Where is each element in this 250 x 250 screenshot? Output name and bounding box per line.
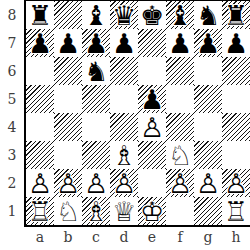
square-a8[interactable]: ♜♜ [26, 1, 54, 29]
piece-glyph: ♖ [222, 197, 250, 225]
piece-glyph: ♙ [110, 169, 138, 197]
square-a7[interactable]: ♟♟ [26, 29, 54, 57]
square-h3[interactable] [222, 141, 250, 169]
piece-fill-layer: ♟ [54, 169, 82, 197]
white-rook: ♜♖ [222, 197, 250, 225]
piece-glyph: ♜ [222, 1, 250, 29]
piece-glyph: ♕ [110, 197, 138, 225]
square-b7[interactable]: ♟♟ [54, 29, 82, 57]
black-knight: ♞♞ [82, 57, 110, 85]
piece-glyph: ♟ [166, 29, 194, 57]
piece-fill-layer: ♟ [26, 29, 54, 57]
white-rook: ♜♖ [26, 197, 54, 225]
rank-labels: 87654321 [0, 1, 24, 225]
square-e6[interactable] [138, 57, 166, 85]
piece-glyph: ♞ [194, 1, 222, 29]
square-c1[interactable]: ♝♗ [82, 197, 110, 225]
square-d2[interactable]: ♟♙ [110, 169, 138, 197]
file-labels: abcdefgh [26, 229, 250, 249]
black-king: ♚♚ [138, 1, 166, 29]
square-d7[interactable]: ♟♟ [110, 29, 138, 57]
square-b4[interactable] [54, 113, 82, 141]
piece-fill-layer: ♟ [166, 169, 194, 197]
square-d1[interactable]: ♛♕ [110, 197, 138, 225]
piece-glyph: ♗ [110, 141, 138, 169]
black-bishop: ♝♝ [166, 1, 194, 29]
piece-fill-layer: ♝ [166, 1, 194, 29]
file-label-d: d [110, 229, 138, 249]
file-label-a: a [26, 229, 54, 249]
square-a3[interactable] [26, 141, 54, 169]
rank-label-6: 6 [0, 57, 24, 85]
rank-label-7: 7 [0, 29, 24, 57]
square-h4[interactable] [222, 113, 250, 141]
piece-fill-layer: ♞ [194, 1, 222, 29]
file-label-g: g [194, 229, 222, 249]
square-h6[interactable] [222, 57, 250, 85]
square-a4[interactable] [26, 113, 54, 141]
piece-glyph: ♙ [194, 169, 222, 197]
white-knight: ♞♘ [54, 197, 82, 225]
square-c7[interactable]: ♟♟ [82, 29, 110, 57]
black-pawn: ♟♟ [222, 29, 250, 57]
white-bishop: ♝♗ [110, 141, 138, 169]
square-g4[interactable] [194, 113, 222, 141]
piece-glyph: ♟ [194, 29, 222, 57]
square-g8[interactable]: ♞♞ [194, 1, 222, 29]
piece-glyph: ♛ [110, 1, 138, 29]
piece-fill-layer: ♟ [138, 85, 166, 113]
black-pawn: ♟♟ [110, 29, 138, 57]
square-d6[interactable] [110, 57, 138, 85]
piece-fill-layer: ♟ [194, 29, 222, 57]
piece-glyph: ♘ [166, 141, 194, 169]
square-g5[interactable] [194, 85, 222, 113]
square-f3[interactable]: ♞♘ [166, 141, 194, 169]
black-queen: ♛♛ [110, 1, 138, 29]
piece-fill-layer: ♛ [110, 1, 138, 29]
square-b6[interactable] [54, 57, 82, 85]
square-b2[interactable]: ♟♙ [54, 169, 82, 197]
piece-fill-layer: ♞ [54, 197, 82, 225]
white-pawn: ♟♙ [26, 169, 54, 197]
square-c8[interactable]: ♝♝ [82, 1, 110, 29]
piece-glyph: ♟ [26, 29, 54, 57]
piece-fill-layer: ♞ [82, 57, 110, 85]
white-king: ♚♔ [138, 197, 166, 225]
rank-label-3: 3 [0, 141, 24, 169]
piece-glyph: ♟ [222, 29, 250, 57]
black-pawn: ♟♟ [138, 85, 166, 113]
piece-fill-layer: ♟ [82, 169, 110, 197]
square-e5[interactable]: ♟♟ [138, 85, 166, 113]
square-e3[interactable] [138, 141, 166, 169]
square-e8[interactable]: ♚♚ [138, 1, 166, 29]
chess-diagram: 87654321 ♜♜♝♝♛♛♚♚♝♝♞♞♜♜♟♟♟♟♟♟♟♟♟♟♟♟♟♟♞♞♟… [0, 0, 250, 250]
white-pawn: ♟♙ [138, 113, 166, 141]
piece-fill-layer: ♟ [138, 113, 166, 141]
square-f4[interactable] [166, 113, 194, 141]
white-pawn: ♟♙ [222, 169, 250, 197]
white-pawn: ♟♙ [110, 169, 138, 197]
piece-fill-layer: ♜ [222, 1, 250, 29]
square-e7[interactable] [138, 29, 166, 57]
square-a2[interactable]: ♟♙ [26, 169, 54, 197]
piece-glyph: ♙ [138, 113, 166, 141]
square-g3[interactable] [194, 141, 222, 169]
square-h8[interactable]: ♜♜ [222, 1, 250, 29]
square-h2[interactable]: ♟♙ [222, 169, 250, 197]
piece-fill-layer: ♝ [82, 1, 110, 29]
black-bishop: ♝♝ [82, 1, 110, 29]
piece-glyph: ♙ [54, 169, 82, 197]
square-c3[interactable] [82, 141, 110, 169]
piece-fill-layer: ♟ [194, 169, 222, 197]
white-pawn: ♟♙ [194, 169, 222, 197]
piece-glyph: ♚ [138, 1, 166, 29]
rank-label-8: 8 [0, 1, 24, 29]
chess-board: ♜♜♝♝♛♛♚♚♝♝♞♞♜♜♟♟♟♟♟♟♟♟♟♟♟♟♟♟♞♞♟♟♟♙♝♗♞♘♟♙… [24, 0, 250, 227]
square-c2[interactable]: ♟♙ [82, 169, 110, 197]
white-pawn: ♟♙ [82, 169, 110, 197]
piece-fill-layer: ♟ [222, 29, 250, 57]
square-g2[interactable]: ♟♙ [194, 169, 222, 197]
piece-glyph: ♙ [166, 169, 194, 197]
square-e4[interactable]: ♟♙ [138, 113, 166, 141]
black-knight: ♞♞ [194, 1, 222, 29]
white-pawn: ♟♙ [166, 169, 194, 197]
piece-glyph: ♝ [82, 1, 110, 29]
piece-glyph: ♟ [138, 85, 166, 113]
square-g1[interactable] [194, 197, 222, 225]
black-pawn: ♟♟ [166, 29, 194, 57]
black-rook: ♜♜ [222, 1, 250, 29]
white-bishop: ♝♗ [82, 197, 110, 225]
white-queen: ♛♕ [110, 197, 138, 225]
square-b8[interactable] [54, 1, 82, 29]
square-c4[interactable] [82, 113, 110, 141]
piece-fill-layer: ♚ [138, 197, 166, 225]
rank-label-2: 2 [0, 169, 24, 197]
square-d5[interactable] [110, 85, 138, 113]
file-label-b: b [54, 229, 82, 249]
file-label-e: e [138, 229, 166, 249]
rank-label-4: 4 [0, 113, 24, 141]
file-label-c: c [82, 229, 110, 249]
piece-glyph: ♟ [110, 29, 138, 57]
piece-fill-layer: ♜ [26, 197, 54, 225]
piece-glyph: ♖ [26, 197, 54, 225]
square-d3[interactable]: ♝♗ [110, 141, 138, 169]
square-h7[interactable]: ♟♟ [222, 29, 250, 57]
square-e1[interactable]: ♚♔ [138, 197, 166, 225]
piece-fill-layer: ♚ [138, 1, 166, 29]
square-c5[interactable] [82, 85, 110, 113]
piece-glyph: ♙ [82, 169, 110, 197]
piece-glyph: ♗ [82, 197, 110, 225]
white-knight: ♞♘ [166, 141, 194, 169]
square-f2[interactable]: ♟♙ [166, 169, 194, 197]
square-e2[interactable] [138, 169, 166, 197]
square-a1[interactable]: ♜♖ [26, 197, 54, 225]
piece-fill-layer: ♝ [82, 197, 110, 225]
square-f6[interactable] [166, 57, 194, 85]
square-b3[interactable] [54, 141, 82, 169]
black-rook: ♜♜ [26, 1, 54, 29]
piece-fill-layer: ♜ [222, 197, 250, 225]
file-label-h: h [222, 229, 250, 249]
piece-fill-layer: ♟ [222, 169, 250, 197]
piece-fill-layer: ♟ [110, 169, 138, 197]
square-h5[interactable] [222, 85, 250, 113]
piece-fill-layer: ♟ [166, 29, 194, 57]
rank-label-1: 1 [0, 197, 24, 225]
piece-glyph: ♜ [26, 1, 54, 29]
piece-fill-layer: ♛ [110, 197, 138, 225]
rank-label-5: 5 [0, 85, 24, 113]
black-pawn: ♟♟ [54, 29, 82, 57]
square-f7[interactable]: ♟♟ [166, 29, 194, 57]
file-label-f: f [166, 229, 194, 249]
square-d8[interactable]: ♛♛ [110, 1, 138, 29]
square-b1[interactable]: ♞♘ [54, 197, 82, 225]
square-d4[interactable] [110, 113, 138, 141]
square-h1[interactable]: ♜♖ [222, 197, 250, 225]
square-c6[interactable]: ♞♞ [82, 57, 110, 85]
square-a6[interactable] [26, 57, 54, 85]
piece-glyph: ♞ [82, 57, 110, 85]
white-pawn: ♟♙ [54, 169, 82, 197]
square-g6[interactable] [194, 57, 222, 85]
piece-fill-layer: ♝ [110, 141, 138, 169]
black-pawn: ♟♟ [82, 29, 110, 57]
piece-fill-layer: ♞ [166, 141, 194, 169]
piece-glyph: ♘ [54, 197, 82, 225]
piece-glyph: ♙ [26, 169, 54, 197]
piece-glyph: ♔ [138, 197, 166, 225]
piece-glyph: ♙ [222, 169, 250, 197]
square-a5[interactable] [26, 85, 54, 113]
square-g7[interactable]: ♟♟ [194, 29, 222, 57]
black-pawn: ♟♟ [26, 29, 54, 57]
piece-fill-layer: ♟ [26, 169, 54, 197]
square-f1[interactable] [166, 197, 194, 225]
black-pawn: ♟♟ [194, 29, 222, 57]
piece-fill-layer: ♟ [54, 29, 82, 57]
piece-glyph: ♝ [166, 1, 194, 29]
square-b5[interactable] [54, 85, 82, 113]
square-f8[interactable]: ♝♝ [166, 1, 194, 29]
piece-fill-layer: ♟ [110, 29, 138, 57]
piece-fill-layer: ♜ [26, 1, 54, 29]
piece-fill-layer: ♟ [82, 29, 110, 57]
square-f5[interactable] [166, 85, 194, 113]
piece-glyph: ♟ [82, 29, 110, 57]
piece-glyph: ♟ [54, 29, 82, 57]
